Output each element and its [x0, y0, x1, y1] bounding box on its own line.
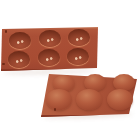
mold-bottom-view-dome-5: [76, 89, 102, 110]
mold-bottom-view-dome-3: [113, 74, 135, 91]
mold-top-view-hole-1: [5, 30, 7, 32]
product-photo: [0, 0, 140, 140]
mold-top-view-hole-2: [2, 63, 4, 65]
mold-top-view-cavity-3: [68, 29, 90, 46]
mold-top-view-cavity-4: [8, 51, 30, 68]
mold-top-view-cavity-1: [9, 32, 31, 49]
mold-bottom-view-dome-4: [46, 89, 72, 110]
mold-top-view-cavity-6: [67, 48, 89, 65]
mold-top-view-cavity-5: [38, 49, 60, 66]
mold-bottom-view-hole-1: [54, 108, 56, 110]
mold-top-view-cavity-2: [39, 30, 61, 47]
mold-bottom-view-dome-6: [107, 89, 133, 110]
